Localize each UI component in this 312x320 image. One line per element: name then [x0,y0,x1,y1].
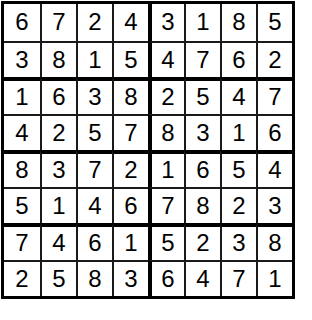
sudoku-cell-r3c5: 2 [148,77,184,114]
sudoku-cell-r5c3: 7 [76,150,112,187]
sudoku-cell-r2c2: 8 [40,41,76,78]
sudoku-cell-r3c1: 1 [4,77,40,114]
sudoku-cell-r7c1: 7 [4,223,40,260]
sudoku-cell-r8c1: 2 [4,260,40,297]
sudoku-cell-r1c8: 5 [256,4,292,41]
sudoku-cell-r1c7: 8 [220,4,256,41]
sudoku-cell-r4c2: 2 [40,114,76,151]
sudoku-cell-r4c8: 6 [256,114,292,151]
sudoku-cell-r7c2: 4 [40,223,76,260]
sudoku-cell-r8c7: 7 [220,260,256,297]
sudoku-cell-r1c3: 2 [76,4,112,41]
sudoku-page: 6724318538154762163825474257831683721654… [0,0,312,320]
sudoku-cell-r4c4: 7 [112,114,148,151]
sudoku-cell-r8c4: 3 [112,260,148,297]
sudoku-cell-r7c8: 8 [256,223,292,260]
sudoku-cell-r6c4: 6 [112,187,148,224]
sudoku-cell-r5c1: 8 [4,150,40,187]
sudoku-cell-r3c7: 4 [220,77,256,114]
sudoku-cell-r3c6: 5 [184,77,220,114]
sudoku-cell-r6c2: 1 [40,187,76,224]
sudoku-cell-r6c1: 5 [4,187,40,224]
sudoku-cell-r3c8: 7 [256,77,292,114]
sudoku-cell-r4c5: 8 [148,114,184,151]
sudoku-cell-r6c3: 4 [76,187,112,224]
sudoku-cell-r5c7: 5 [220,150,256,187]
sudoku-cell-r1c1: 6 [4,4,40,41]
sudoku-cell-r8c8: 1 [256,260,292,297]
sudoku-cell-r1c4: 4 [112,4,148,41]
sudoku-cell-r5c2: 3 [40,150,76,187]
sudoku-cell-r8c3: 8 [76,260,112,297]
sudoku-cell-r2c5: 4 [148,41,184,78]
sudoku-cell-r3c2: 6 [40,77,76,114]
sudoku-cell-r2c1: 3 [4,41,40,78]
sudoku-cell-r7c5: 5 [148,223,184,260]
sudoku-cell-r6c5: 7 [148,187,184,224]
sudoku-cell-r7c4: 1 [112,223,148,260]
sudoku-cell-r7c6: 2 [184,223,220,260]
sudoku-cell-r5c5: 1 [148,150,184,187]
sudoku-cell-r3c3: 3 [76,77,112,114]
sudoku-cell-r2c6: 7 [184,41,220,78]
sudoku-cell-r5c8: 4 [256,150,292,187]
sudoku-cell-r4c3: 5 [76,114,112,151]
sudoku-cell-r6c6: 8 [184,187,220,224]
sudoku-cell-r6c7: 2 [220,187,256,224]
sudoku-cell-r8c2: 5 [40,260,76,297]
sudoku-cell-r1c6: 1 [184,4,220,41]
sudoku-cell-r5c4: 2 [112,150,148,187]
sudoku-cell-r8c6: 4 [184,260,220,297]
sudoku-cell-r7c7: 3 [220,223,256,260]
sudoku-cell-r3c4: 8 [112,77,148,114]
sudoku-cell-r2c7: 6 [220,41,256,78]
sudoku-cell-r5c6: 6 [184,150,220,187]
sudoku-cell-r4c6: 3 [184,114,220,151]
sudoku-cell-r2c8: 2 [256,41,292,78]
sudoku-cell-r6c8: 3 [256,187,292,224]
sudoku-board: 6724318538154762163825474257831683721654… [1,1,295,299]
sudoku-cell-r4c7: 1 [220,114,256,151]
sudoku-cell-r8c5: 6 [148,260,184,297]
sudoku-cell-r4c1: 4 [4,114,40,151]
sudoku-cell-r2c4: 5 [112,41,148,78]
sudoku-cell-r1c5: 3 [148,4,184,41]
sudoku-cell-r2c3: 1 [76,41,112,78]
sudoku-cell-r1c2: 7 [40,4,76,41]
sudoku-cell-r7c3: 6 [76,223,112,260]
